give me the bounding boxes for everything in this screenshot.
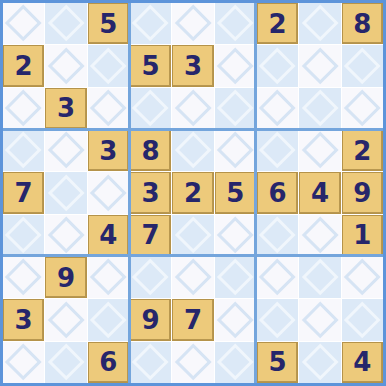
diamond-pattern	[5, 344, 42, 381]
cell-r2c2[interactable]	[45, 45, 86, 86]
cell-r5c5: 2	[172, 172, 213, 213]
cell-r9c5[interactable]	[172, 342, 213, 383]
cell-r4c1[interactable]	[3, 130, 44, 171]
cell-r8c7[interactable]	[257, 299, 298, 340]
diamond-pattern	[259, 90, 296, 127]
diamond-pattern	[132, 90, 169, 127]
cell-r4c2[interactable]	[45, 130, 86, 171]
cell-r3c1[interactable]	[3, 88, 44, 129]
diamond-pattern	[47, 301, 84, 338]
diamond-pattern	[47, 174, 84, 211]
diamond-pattern	[132, 259, 169, 296]
cell-r1c9: 8	[342, 3, 383, 44]
diamond-pattern	[344, 47, 381, 84]
diamond-pattern	[301, 5, 338, 42]
cell-r9c6[interactable]	[215, 342, 256, 383]
cell-r1c3: 5	[88, 3, 129, 44]
diamond-pattern	[217, 301, 254, 338]
cell-r4c4: 8	[130, 130, 171, 171]
cell-r6c8[interactable]	[299, 215, 340, 256]
cell-r3c2: 3	[45, 88, 86, 129]
given-digit: 1	[353, 222, 371, 248]
cell-r2c8[interactable]	[299, 45, 340, 86]
cell-r2c3[interactable]	[88, 45, 129, 86]
given-digit: 3	[184, 53, 202, 79]
cell-r8c8[interactable]	[299, 299, 340, 340]
diamond-pattern	[259, 217, 296, 254]
cell-r6c3: 4	[88, 215, 129, 256]
given-digit: 2	[184, 180, 202, 206]
cell-r8c6[interactable]	[215, 299, 256, 340]
given-digit: 2	[15, 53, 33, 79]
cell-r9c4[interactable]	[130, 342, 171, 383]
diamond-pattern	[5, 217, 42, 254]
given-digit: 3	[57, 95, 75, 121]
cell-r6c6[interactable]	[215, 215, 256, 256]
cell-r3c9[interactable]	[342, 88, 383, 129]
given-digit: 3	[99, 138, 117, 164]
diamond-pattern	[174, 132, 211, 169]
given-digit: 7	[184, 307, 202, 333]
cell-r2c9[interactable]	[342, 45, 383, 86]
diamond-pattern	[5, 5, 42, 42]
cell-r9c2[interactable]	[45, 342, 86, 383]
diamond-pattern	[5, 90, 42, 127]
cell-r7c6[interactable]	[215, 257, 256, 298]
given-digit: 5	[99, 11, 117, 37]
cell-r4c5[interactable]	[172, 130, 213, 171]
cell-r5c9: 9	[342, 172, 383, 213]
diamond-pattern	[344, 301, 381, 338]
cell-r9c7: 5	[257, 342, 298, 383]
given-digit: 4	[311, 180, 329, 206]
cell-r4c9: 2	[342, 130, 383, 171]
diamond-pattern	[47, 47, 84, 84]
cell-r1c2[interactable]	[45, 3, 86, 44]
diamond-pattern	[217, 47, 254, 84]
diamond-pattern	[301, 47, 338, 84]
diamond-pattern	[47, 132, 84, 169]
cell-r3c8[interactable]	[299, 88, 340, 129]
cell-r1c7: 2	[257, 3, 298, 44]
cell-r4c3: 3	[88, 130, 129, 171]
given-digit: 3	[142, 180, 160, 206]
sudoku-board: 528253338273256494719397654	[0, 0, 386, 386]
given-digit: 7	[15, 180, 33, 206]
given-digit: 6	[99, 349, 117, 375]
diamond-pattern	[90, 90, 127, 127]
diamond-pattern	[174, 217, 211, 254]
cell-r6c2[interactable]	[45, 215, 86, 256]
diamond-pattern	[90, 301, 127, 338]
cell-r8c9[interactable]	[342, 299, 383, 340]
given-digit: 8	[353, 11, 371, 37]
cell-r9c3: 6	[88, 342, 129, 383]
cell-r4c8[interactable]	[299, 130, 340, 171]
cell-r6c5[interactable]	[172, 215, 213, 256]
cell-r5c6: 5	[215, 172, 256, 213]
diamond-pattern	[259, 259, 296, 296]
cell-r7c9[interactable]	[342, 257, 383, 298]
cell-r7c4[interactable]	[130, 257, 171, 298]
diamond-pattern	[132, 5, 169, 42]
diamond-pattern	[90, 47, 127, 84]
diamond-pattern	[47, 5, 84, 42]
cell-r6c9: 1	[342, 215, 383, 256]
cell-r8c1: 3	[3, 299, 44, 340]
cell-r7c2: 9	[45, 257, 86, 298]
diamond-pattern	[259, 301, 296, 338]
diamond-pattern	[217, 344, 254, 381]
cell-r2c6[interactable]	[215, 45, 256, 86]
diamond-pattern	[174, 344, 211, 381]
diamond-pattern	[301, 344, 338, 381]
cell-r9c8[interactable]	[299, 342, 340, 383]
cell-r8c3[interactable]	[88, 299, 129, 340]
cell-r5c4: 3	[130, 172, 171, 213]
diamond-pattern	[174, 90, 211, 127]
cell-r5c2[interactable]	[45, 172, 86, 213]
cell-r3c4[interactable]	[130, 88, 171, 129]
cell-r5c3[interactable]	[88, 172, 129, 213]
diamond-pattern	[217, 217, 254, 254]
given-digit: 5	[226, 180, 244, 206]
given-digit: 5	[269, 349, 287, 375]
diamond-pattern	[301, 301, 338, 338]
cell-r4c7[interactable]	[257, 130, 298, 171]
cell-r1c4[interactable]	[130, 3, 171, 44]
given-digit: 4	[99, 222, 117, 248]
diamond-pattern	[344, 259, 381, 296]
diamond-pattern	[174, 259, 211, 296]
cell-r8c4: 9	[130, 299, 171, 340]
given-digit: 9	[142, 307, 160, 333]
cell-r9c9: 4	[342, 342, 383, 383]
diamond-pattern	[217, 259, 254, 296]
given-digit: 9	[57, 265, 75, 291]
cell-r3c5[interactable]	[172, 88, 213, 129]
given-digit: 7	[142, 222, 160, 248]
cell-r1c8[interactable]	[299, 3, 340, 44]
cell-r2c1: 2	[3, 45, 44, 86]
diamond-pattern	[301, 132, 338, 169]
given-digit: 2	[353, 138, 371, 164]
diamond-pattern	[259, 132, 296, 169]
given-digit: 6	[269, 180, 287, 206]
cell-r7c5[interactable]	[172, 257, 213, 298]
cell-r2c4: 5	[130, 45, 171, 86]
diamond-pattern	[174, 5, 211, 42]
cell-r1c1[interactable]	[3, 3, 44, 44]
cell-r6c1[interactable]	[3, 215, 44, 256]
diamond-pattern	[259, 47, 296, 84]
cell-r2c5: 3	[172, 45, 213, 86]
diamond-pattern	[47, 217, 84, 254]
diamond-pattern	[217, 5, 254, 42]
cell-r8c5: 7	[172, 299, 213, 340]
diamond-pattern	[132, 344, 169, 381]
diamond-pattern	[301, 217, 338, 254]
cell-r3c3[interactable]	[88, 88, 129, 129]
diamond-pattern	[301, 90, 338, 127]
cell-r5c8: 4	[299, 172, 340, 213]
cell-r7c1[interactable]	[3, 257, 44, 298]
given-digit: 4	[353, 349, 371, 375]
cell-r5c1: 7	[3, 172, 44, 213]
cell-r7c7[interactable]	[257, 257, 298, 298]
cell-r3c6[interactable]	[215, 88, 256, 129]
given-digit: 2	[269, 11, 287, 37]
cell-r1c6[interactable]	[215, 3, 256, 44]
cell-r6c4: 7	[130, 215, 171, 256]
diamond-pattern	[217, 90, 254, 127]
cell-r3c7[interactable]	[257, 88, 298, 129]
cell-r7c8[interactable]	[299, 257, 340, 298]
diamond-pattern	[5, 132, 42, 169]
cell-r8c2[interactable]	[45, 299, 86, 340]
diamond-pattern	[344, 90, 381, 127]
cell-r6c7[interactable]	[257, 215, 298, 256]
cell-r5c7: 6	[257, 172, 298, 213]
given-digit: 5	[142, 53, 160, 79]
diamond-pattern	[5, 259, 42, 296]
diamond-pattern	[47, 344, 84, 381]
diamond-pattern	[90, 259, 127, 296]
cell-r7c3[interactable]	[88, 257, 129, 298]
given-digit: 9	[353, 180, 371, 206]
cell-r9c1[interactable]	[3, 342, 44, 383]
given-digit: 8	[142, 138, 160, 164]
diamond-pattern	[90, 174, 127, 211]
diamond-pattern	[301, 259, 338, 296]
diamond-pattern	[217, 132, 254, 169]
given-digit: 3	[15, 307, 33, 333]
cell-r2c7[interactable]	[257, 45, 298, 86]
cell-r4c6[interactable]	[215, 130, 256, 171]
cell-r1c5[interactable]	[172, 3, 213, 44]
